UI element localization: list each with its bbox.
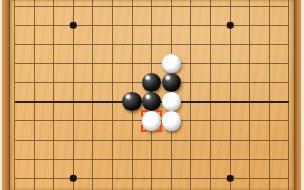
board-cell-c14-r11[interactable]	[279, 169, 299, 188]
board-cell-c9-r5[interactable]	[181, 54, 201, 73]
board-cell-c5-r9[interactable]	[103, 130, 123, 149]
board-cell-c7-r4[interactable]	[142, 35, 162, 54]
board-cell-c6-r6[interactable]	[122, 73, 142, 92]
board-cell-c7-r2[interactable]	[142, 0, 162, 16]
board-cell-c13-r11[interactable]	[259, 169, 279, 188]
black-stone	[162, 73, 181, 92]
board-cell-c11-r10[interactable]	[220, 150, 240, 169]
board-cell-c6-r8[interactable]	[122, 111, 142, 130]
board-cell-c14-r9[interactable]	[279, 130, 299, 149]
board-cell-c9-r8[interactable]	[181, 111, 201, 130]
star-point	[227, 175, 234, 182]
board-cell-c8-r11[interactable]	[161, 169, 181, 188]
board-cell-c0-r10[interactable]	[5, 150, 25, 169]
board-cell-c0-r5[interactable]	[5, 54, 25, 73]
board-cell-c8-r7[interactable]	[161, 92, 181, 111]
board-cell-c2-r9[interactable]	[44, 130, 64, 149]
board-cell-c12-r3[interactable]	[240, 16, 260, 35]
black-stone	[142, 73, 161, 92]
board-cell-c10-r10[interactable]	[201, 150, 221, 169]
board-cell-c10-r2[interactable]	[201, 0, 221, 16]
board-cell-c10-r9[interactable]	[201, 130, 221, 149]
board-cell-c12-r7[interactable]	[240, 92, 260, 111]
board-cell-c7-r3[interactable]	[142, 16, 162, 35]
board-cell-c12-r9[interactable]	[240, 130, 260, 149]
board-cell-c6-r2[interactable]	[122, 0, 142, 16]
board-cell-c2-r8[interactable]	[44, 111, 64, 130]
white-stone	[162, 54, 181, 73]
board-cell-c5-r11[interactable]	[103, 169, 123, 188]
board-cell-c3-r7[interactable]	[63, 92, 83, 111]
board-cell-c0-r2[interactable]	[5, 0, 25, 16]
board-cell-c9-r9[interactable]	[181, 130, 201, 149]
board-cell-c8-r8[interactable]	[161, 111, 181, 130]
board-cell-c10-r6[interactable]	[201, 73, 221, 92]
board-cell-c12-r11[interactable]	[240, 169, 260, 188]
white-stone	[162, 111, 181, 130]
board-cell-c1-r9[interactable]	[24, 130, 44, 149]
board-cell-c1-r7[interactable]	[24, 92, 44, 111]
board-cell-c6-r10[interactable]	[122, 150, 142, 169]
board-cell-c13-r4[interactable]	[259, 35, 279, 54]
board-cell-c6-r7[interactable]	[122, 92, 142, 111]
gomoku-app-board-view	[0, 0, 304, 190]
board-cell-c1-r6[interactable]	[24, 73, 44, 92]
board-cell-c12-r10[interactable]	[240, 150, 260, 169]
board-cell-c2-r4[interactable]	[44, 35, 64, 54]
board-cell-c11-r7[interactable]	[220, 92, 240, 111]
board-cell-c2-r11[interactable]	[44, 169, 64, 188]
board-cell-c0-r4[interactable]	[5, 35, 25, 54]
board-cell-c10-r8[interactable]	[201, 111, 221, 130]
board-cell-c7-r9[interactable]	[142, 130, 162, 149]
board-cell-c4-r3[interactable]	[83, 16, 103, 35]
board-cell-c5-r10[interactable]	[103, 150, 123, 169]
board-cell-c2-r7[interactable]	[44, 92, 64, 111]
board-cell-c5-r7[interactable]	[103, 92, 123, 111]
board-cell-c0-r6[interactable]	[5, 73, 25, 92]
board-cell-c13-r7[interactable]	[259, 92, 279, 111]
board-cell-c5-r6[interactable]	[103, 73, 123, 92]
board-cell-c4-r5[interactable]	[83, 54, 103, 73]
board-cell-c10-r11[interactable]	[201, 169, 221, 188]
board-cell-c14-r4[interactable]	[279, 35, 299, 54]
board-cell-c10-r7[interactable]	[201, 92, 221, 111]
board-cell-c8-r4[interactable]	[161, 35, 181, 54]
star-point	[70, 22, 77, 29]
board-cell-c13-r8[interactable]	[259, 111, 279, 130]
board-cell-c13-r9[interactable]	[259, 130, 279, 149]
board-cell-c1-r8[interactable]	[24, 111, 44, 130]
board-cell-c8-r3[interactable]	[161, 16, 181, 35]
board-cell-c6-r11[interactable]	[122, 169, 142, 188]
board-cell-c11-r5[interactable]	[220, 54, 240, 73]
board-cell-c14-r5[interactable]	[279, 54, 299, 73]
board-cell-c1-r5[interactable]	[24, 54, 44, 73]
board-cell-c14-r8[interactable]	[279, 111, 299, 130]
board-cell-c3-r2[interactable]	[63, 0, 83, 16]
board-cell-c12-r5[interactable]	[240, 54, 260, 73]
board-cell-c4-r9[interactable]	[83, 130, 103, 149]
board-cell-c14-r7[interactable]	[279, 92, 299, 111]
board-cell-c0-r8[interactable]	[5, 111, 25, 130]
board-cell-c7-r7[interactable]	[142, 92, 162, 111]
board-cell-c10-r4[interactable]	[201, 35, 221, 54]
board-cell-c4-r7[interactable]	[83, 92, 103, 111]
board-cell-c13-r2[interactable]	[259, 0, 279, 16]
board-cell-c2-r6[interactable]	[44, 73, 64, 92]
board-cell-c8-r9[interactable]	[161, 130, 181, 149]
board-cell-c2-r10[interactable]	[44, 150, 64, 169]
board-cell-c9-r6[interactable]	[181, 73, 201, 92]
gomoku-board[interactable]	[5, 0, 299, 188]
board-cell-c3-r3[interactable]	[63, 16, 83, 35]
board-cell-c4-r11[interactable]	[83, 169, 103, 188]
board-cell-c7-r6[interactable]	[142, 73, 162, 92]
star-point	[227, 22, 234, 29]
board-cell-c12-r6[interactable]	[240, 73, 260, 92]
board-cell-c11-r8[interactable]	[220, 111, 240, 130]
board-cell-c3-r5[interactable]	[63, 54, 83, 73]
board-cell-c13-r5[interactable]	[259, 54, 279, 73]
board-cell-c6-r9[interactable]	[122, 130, 142, 149]
board-cell-c4-r4[interactable]	[83, 35, 103, 54]
last-move-marker	[141, 110, 163, 132]
board-cell-c9-r2[interactable]	[181, 0, 201, 16]
board-cell-c7-r11[interactable]	[142, 169, 162, 188]
board-cell-c0-r7[interactable]	[5, 92, 25, 111]
board-cell-c1-r10[interactable]	[24, 150, 44, 169]
board-cell-c9-r3[interactable]	[181, 16, 201, 35]
white-stone	[162, 92, 181, 111]
board-cell-c2-r3[interactable]	[44, 16, 64, 35]
board-cell-c12-r4[interactable]	[240, 35, 260, 54]
board-cell-c5-r3[interactable]	[103, 16, 123, 35]
board-cell-c11-r3[interactable]	[220, 16, 240, 35]
board-cell-c5-r8[interactable]	[103, 111, 123, 130]
board-cell-c4-r6[interactable]	[83, 73, 103, 92]
board-cell-c3-r4[interactable]	[63, 35, 83, 54]
board-cell-c13-r10[interactable]	[259, 150, 279, 169]
board-cell-c11-r11[interactable]	[220, 169, 240, 188]
board-cell-c11-r4[interactable]	[220, 35, 240, 54]
board-cell-c10-r5[interactable]	[201, 54, 221, 73]
board-cell-c1-r3[interactable]	[24, 16, 44, 35]
board-cell-c13-r6[interactable]	[259, 73, 279, 92]
board-cell-c14-r6[interactable]	[279, 73, 299, 92]
board-cell-c14-r10[interactable]	[279, 150, 299, 169]
board-cell-c8-r5[interactable]	[161, 54, 181, 73]
black-stone	[122, 92, 141, 111]
board-cell-c5-r2[interactable]	[103, 0, 123, 16]
board-cell-c8-r6[interactable]	[161, 73, 181, 92]
board-cell-c12-r2[interactable]	[240, 0, 260, 16]
board-cell-c12-r8[interactable]	[240, 111, 260, 130]
board-cell-c0-r9[interactable]	[5, 130, 25, 149]
board-cell-c9-r4[interactable]	[181, 35, 201, 54]
board-cell-c2-r2[interactable]	[44, 0, 64, 16]
board-cell-c9-r7[interactable]	[181, 92, 201, 111]
board-cell-c5-r4[interactable]	[103, 35, 123, 54]
board-cell-c7-r8[interactable]	[142, 111, 162, 130]
board-cell-c1-r2[interactable]	[24, 0, 44, 16]
board-cell-c0-r11[interactable]	[5, 169, 25, 188]
board-cell-c6-r5[interactable]	[122, 54, 142, 73]
board-cell-c3-r10[interactable]	[63, 150, 83, 169]
board-cell-c2-r5[interactable]	[44, 54, 64, 73]
board-cell-c4-r8[interactable]	[83, 111, 103, 130]
board-cell-c3-r11[interactable]	[63, 169, 83, 188]
board-cell-c5-r5[interactable]	[103, 54, 123, 73]
board-cell-c13-r3[interactable]	[259, 16, 279, 35]
star-point	[70, 175, 77, 182]
board-cell-c11-r2[interactable]	[220, 0, 240, 16]
board-cell-c8-r10[interactable]	[161, 150, 181, 169]
board-cell-c11-r9[interactable]	[220, 130, 240, 149]
board-cell-c10-r3[interactable]	[201, 16, 221, 35]
board-cell-c4-r10[interactable]	[83, 150, 103, 169]
board-cell-c6-r4[interactable]	[122, 35, 142, 54]
black-stone	[142, 92, 161, 111]
board-cell-c14-r2[interactable]	[279, 0, 299, 16]
board-cell-c0-r3[interactable]	[5, 16, 25, 35]
board-cell-c7-r10[interactable]	[142, 150, 162, 169]
board-cell-c1-r4[interactable]	[24, 35, 44, 54]
board-cell-c4-r2[interactable]	[83, 0, 103, 16]
board-cell-c8-r2[interactable]	[161, 0, 181, 16]
board-cell-c1-r11[interactable]	[24, 169, 44, 188]
board-cell-c14-r3[interactable]	[279, 16, 299, 35]
board-cell-c3-r9[interactable]	[63, 130, 83, 149]
board-cell-c3-r6[interactable]	[63, 73, 83, 92]
board-cell-c3-r8[interactable]	[63, 111, 83, 130]
board-cell-c7-r5[interactable]	[142, 54, 162, 73]
board-cell-c9-r11[interactable]	[181, 169, 201, 188]
board-cell-c9-r10[interactable]	[181, 150, 201, 169]
board-cell-c11-r6[interactable]	[220, 73, 240, 92]
board-cell-c6-r3[interactable]	[122, 16, 142, 35]
